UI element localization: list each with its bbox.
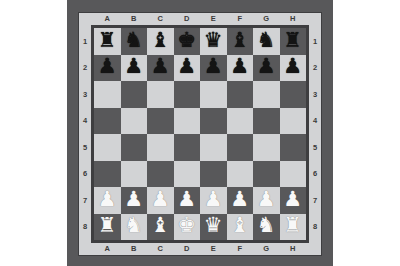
rank-label-4: 4 xyxy=(79,108,91,135)
square-e5[interactable] xyxy=(200,134,227,161)
rank-label-8: 8 xyxy=(79,214,91,241)
rank-label-1: 1 xyxy=(309,28,321,55)
rank-label-3: 3 xyxy=(309,81,321,108)
rank-label-8: 8 xyxy=(309,214,321,241)
square-g3[interactable] xyxy=(253,81,280,108)
rank-label-5: 5 xyxy=(309,134,321,161)
square-f4[interactable] xyxy=(227,108,254,135)
square-e6[interactable] xyxy=(200,161,227,188)
file-label-f: F xyxy=(227,243,254,255)
square-d4[interactable] xyxy=(174,108,201,135)
file-label-a: A xyxy=(94,13,121,25)
frame-corner-top-left xyxy=(79,13,91,25)
file-label-g: G xyxy=(253,13,280,25)
black-pawn-icon[interactable]: ♟ xyxy=(124,56,143,77)
file-labels-bottom: ABCDEFGH xyxy=(91,243,309,255)
black-pawn-icon[interactable]: ♟ xyxy=(257,56,276,77)
square-g1[interactable]: ♞ xyxy=(253,28,280,55)
square-b2[interactable]: ♟ xyxy=(121,55,148,82)
square-g6[interactable] xyxy=(253,161,280,188)
file-label-b: B xyxy=(121,243,148,255)
file-label-h: H xyxy=(280,13,307,25)
white-pawn-icon[interactable]: ♟ xyxy=(230,189,249,210)
square-e4[interactable] xyxy=(200,108,227,135)
file-label-c: C xyxy=(147,243,174,255)
square-a3[interactable] xyxy=(94,81,121,108)
square-f8[interactable]: ♝ xyxy=(227,214,254,241)
square-f1[interactable]: ♝ xyxy=(227,28,254,55)
square-g8[interactable]: ♞ xyxy=(253,214,280,241)
square-b7[interactable]: ♟ xyxy=(121,187,148,214)
file-label-e: E xyxy=(200,13,227,25)
white-pawn-icon[interactable]: ♟ xyxy=(283,189,302,210)
white-knight-icon[interactable]: ♞ xyxy=(257,215,276,236)
square-h4[interactable] xyxy=(280,108,307,135)
file-label-g: G xyxy=(253,243,280,255)
square-e3[interactable] xyxy=(200,81,227,108)
white-pawn-icon[interactable]: ♟ xyxy=(204,189,223,210)
square-h7[interactable]: ♟ xyxy=(280,187,307,214)
rank-label-6: 6 xyxy=(309,161,321,188)
board-frame: ABCDEFGH 12345678 ♜♞♝♚♛♝♞♜♟♟♟♟♟♟♟♟♟♟♟♟♟♟… xyxy=(78,12,322,256)
white-pawn-icon[interactable]: ♟ xyxy=(257,189,276,210)
white-pawn-icon[interactable]: ♟ xyxy=(98,189,117,210)
square-e2[interactable]: ♟ xyxy=(200,55,227,82)
rank-labels-left: 12345678 xyxy=(79,25,91,243)
square-h1[interactable]: ♜ xyxy=(280,28,307,55)
rank-label-7: 7 xyxy=(309,187,321,214)
square-e7[interactable]: ♟ xyxy=(200,187,227,214)
black-knight-icon[interactable]: ♞ xyxy=(257,30,276,51)
white-pawn-icon[interactable]: ♟ xyxy=(151,189,170,210)
square-a2[interactable]: ♟ xyxy=(94,55,121,82)
white-king-icon[interactable]: ♚ xyxy=(177,215,196,236)
rank-label-2: 2 xyxy=(309,55,321,82)
square-c1[interactable]: ♝ xyxy=(147,28,174,55)
rank-labels-right: 12345678 xyxy=(309,25,321,243)
white-knight-icon[interactable]: ♞ xyxy=(124,215,143,236)
file-label-f: F xyxy=(227,13,254,25)
white-rook-icon[interactable]: ♜ xyxy=(98,215,117,236)
square-h5[interactable] xyxy=(280,134,307,161)
frame-corner-bottom-left xyxy=(79,243,91,255)
square-d7[interactable]: ♟ xyxy=(174,187,201,214)
rank-label-7: 7 xyxy=(79,187,91,214)
square-f5[interactable] xyxy=(227,134,254,161)
square-b8[interactable]: ♞ xyxy=(121,214,148,241)
square-f2[interactable]: ♟ xyxy=(227,55,254,82)
page: ABCDEFGH 12345678 ♜♞♝♚♛♝♞♜♟♟♟♟♟♟♟♟♟♟♟♟♟♟… xyxy=(0,0,400,266)
file-label-d: D xyxy=(174,13,201,25)
black-pawn-icon[interactable]: ♟ xyxy=(204,56,223,77)
square-c8[interactable]: ♝ xyxy=(147,214,174,241)
square-c5[interactable] xyxy=(147,134,174,161)
square-c2[interactable]: ♟ xyxy=(147,55,174,82)
rank-label-3: 3 xyxy=(79,81,91,108)
square-b3[interactable] xyxy=(121,81,148,108)
board-grid: ♜♞♝♚♛♝♞♜♟♟♟♟♟♟♟♟♟♟♟♟♟♟♟♟♜♞♝♚♛♝♞♜ xyxy=(94,28,306,240)
square-d3[interactable] xyxy=(174,81,201,108)
square-a1[interactable]: ♜ xyxy=(94,28,121,55)
square-d6[interactable] xyxy=(174,161,201,188)
rank-label-1: 1 xyxy=(79,28,91,55)
square-a6[interactable] xyxy=(94,161,121,188)
frame-corner-bottom-right xyxy=(309,243,321,255)
board: ♜♞♝♚♛♝♞♜♟♟♟♟♟♟♟♟♟♟♟♟♟♟♟♟♜♞♝♚♛♝♞♜ xyxy=(91,25,309,243)
white-bishop-icon[interactable]: ♝ xyxy=(230,215,249,236)
file-label-e: E xyxy=(200,243,227,255)
square-c6[interactable] xyxy=(147,161,174,188)
black-queen-icon[interactable]: ♛ xyxy=(204,30,223,51)
frame-corner-top-right xyxy=(309,13,321,25)
black-bishop-icon[interactable]: ♝ xyxy=(230,30,249,51)
white-pawn-icon[interactable]: ♟ xyxy=(124,189,143,210)
square-h2[interactable]: ♟ xyxy=(280,55,307,82)
square-b4[interactable] xyxy=(121,108,148,135)
white-rook-icon[interactable]: ♜ xyxy=(283,215,302,236)
black-pawn-icon[interactable]: ♟ xyxy=(177,56,196,77)
square-f3[interactable] xyxy=(227,81,254,108)
black-pawn-icon[interactable]: ♟ xyxy=(230,56,249,77)
square-e8[interactable]: ♛ xyxy=(200,214,227,241)
square-c7[interactable]: ♟ xyxy=(147,187,174,214)
square-b6[interactable] xyxy=(121,161,148,188)
black-king-icon[interactable]: ♚ xyxy=(177,30,196,51)
file-labels-top: ABCDEFGH xyxy=(91,13,309,25)
black-bishop-icon[interactable]: ♝ xyxy=(151,30,170,51)
black-pawn-icon[interactable]: ♟ xyxy=(283,56,302,77)
square-d5[interactable] xyxy=(174,134,201,161)
square-d8[interactable]: ♚ xyxy=(174,214,201,241)
rank-label-5: 5 xyxy=(79,134,91,161)
square-h6[interactable] xyxy=(280,161,307,188)
file-label-h: H xyxy=(280,243,307,255)
file-label-c: C xyxy=(147,13,174,25)
black-pawn-icon[interactable]: ♟ xyxy=(151,56,170,77)
square-a4[interactable] xyxy=(94,108,121,135)
square-g4[interactable] xyxy=(253,108,280,135)
white-bishop-icon[interactable]: ♝ xyxy=(151,215,170,236)
square-g5[interactable] xyxy=(253,134,280,161)
square-b5[interactable] xyxy=(121,134,148,161)
square-d1[interactable]: ♚ xyxy=(174,28,201,55)
square-g7[interactable]: ♟ xyxy=(253,187,280,214)
black-rook-icon[interactable]: ♜ xyxy=(98,30,117,51)
square-f6[interactable] xyxy=(227,161,254,188)
square-e1[interactable]: ♛ xyxy=(200,28,227,55)
file-label-d: D xyxy=(174,243,201,255)
white-pawn-icon[interactable]: ♟ xyxy=(177,189,196,210)
square-c4[interactable] xyxy=(147,108,174,135)
board-background: ABCDEFGH 12345678 ♜♞♝♚♛♝♞♜♟♟♟♟♟♟♟♟♟♟♟♟♟♟… xyxy=(67,0,333,266)
rank-label-2: 2 xyxy=(79,55,91,82)
square-f7[interactable]: ♟ xyxy=(227,187,254,214)
black-knight-icon[interactable]: ♞ xyxy=(124,30,143,51)
square-c3[interactable] xyxy=(147,81,174,108)
square-d2[interactable]: ♟ xyxy=(174,55,201,82)
square-a8[interactable]: ♜ xyxy=(94,214,121,241)
file-label-a: A xyxy=(94,243,121,255)
square-h3[interactable] xyxy=(280,81,307,108)
black-pawn-icon[interactable]: ♟ xyxy=(98,56,117,77)
black-rook-icon[interactable]: ♜ xyxy=(283,30,302,51)
file-label-b: B xyxy=(121,13,148,25)
rank-label-6: 6 xyxy=(79,161,91,188)
square-g2[interactable]: ♟ xyxy=(253,55,280,82)
white-queen-icon[interactable]: ♛ xyxy=(204,215,223,236)
square-b1[interactable]: ♞ xyxy=(121,28,148,55)
square-a5[interactable] xyxy=(94,134,121,161)
square-h8[interactable]: ♜ xyxy=(280,214,307,241)
rank-label-4: 4 xyxy=(309,108,321,135)
square-a7[interactable]: ♟ xyxy=(94,187,121,214)
